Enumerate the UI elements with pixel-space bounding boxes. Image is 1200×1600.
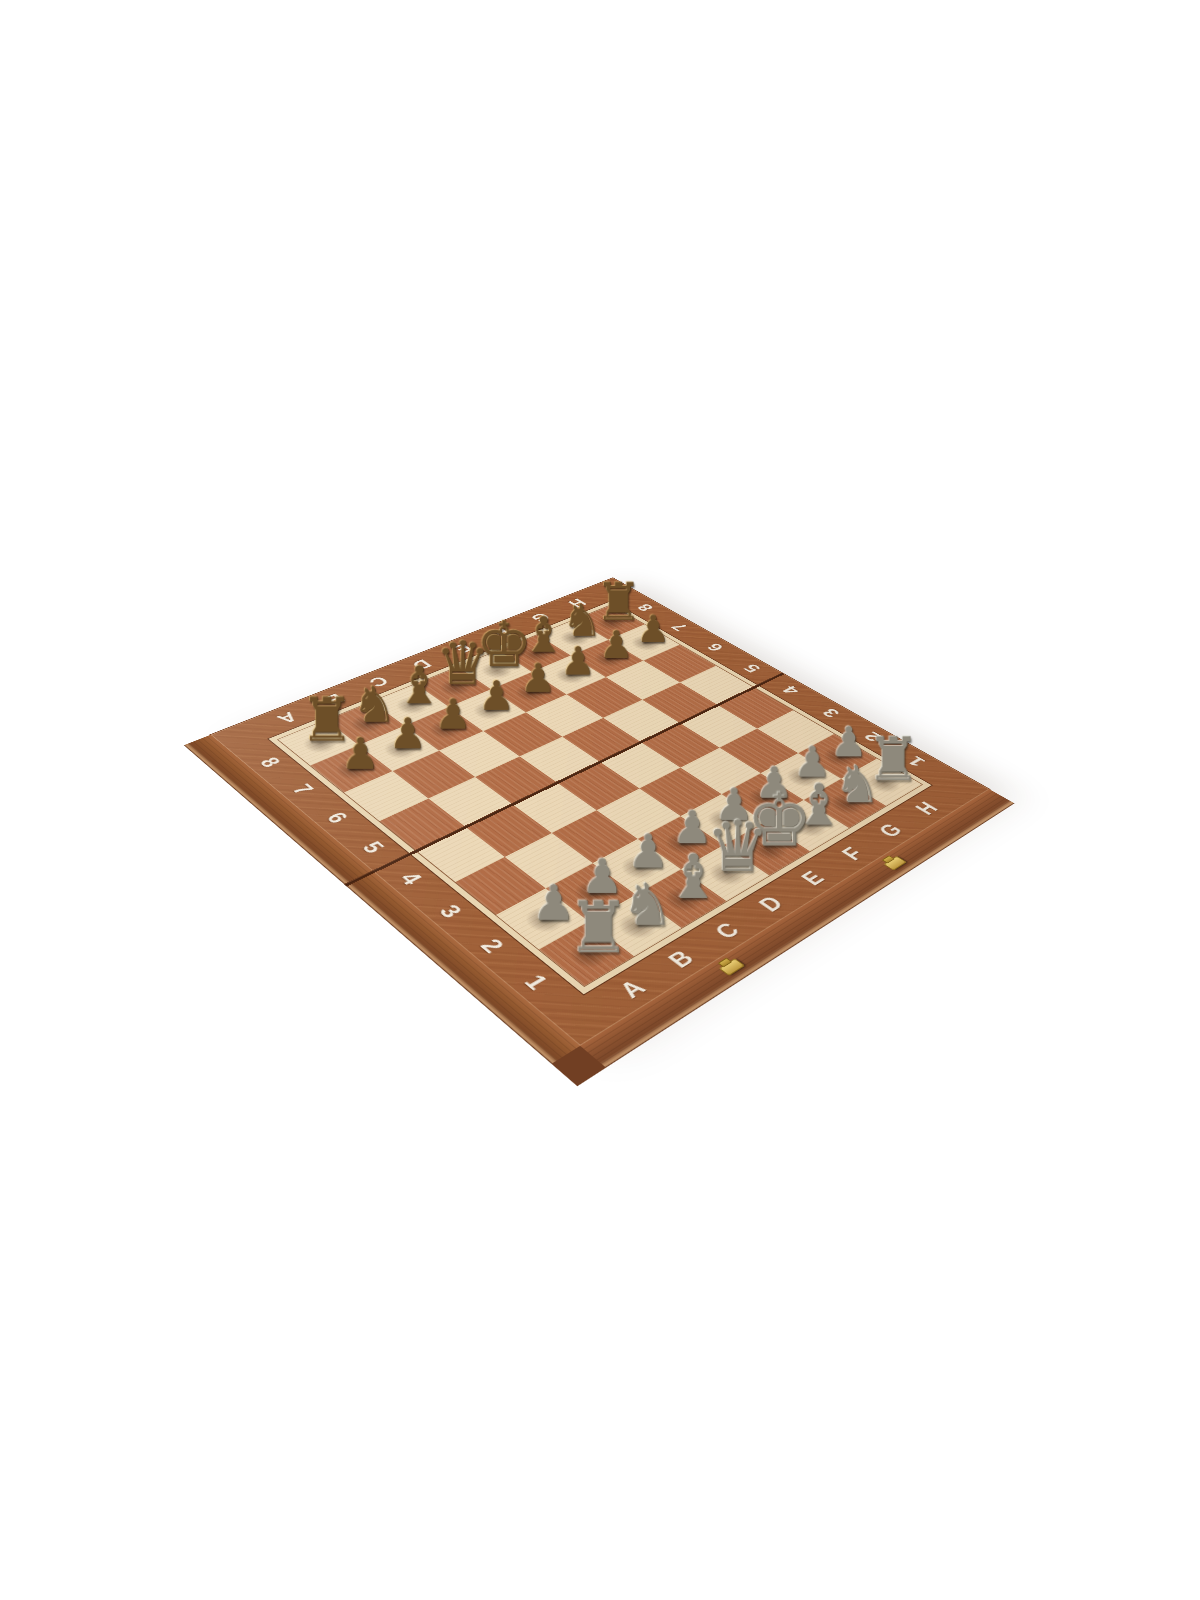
piece-silver-pawn-c2[interactable]: ♟ <box>628 830 670 874</box>
piece-bronze-pawn-a7[interactable]: ♟ <box>341 734 380 775</box>
piece-bronze-pawn-d7[interactable]: ♟ <box>478 677 514 715</box>
piece-bronze-rook-h8[interactable]: ♜ <box>595 578 642 628</box>
piece-bronze-pawn-g7[interactable]: ♟ <box>599 627 633 663</box>
piece-bronze-pawn-e7[interactable]: ♟ <box>520 660 556 698</box>
brass-latch-icon <box>719 958 746 976</box>
board-squares: ♜♞♝♛♚♝♞♜♟♟♟♟♟♟♟♟♟♟♟♟♟♟♟♟♜♞♝♛♚♝♞♜ <box>278 605 921 986</box>
piece-bronze-pawn-c7[interactable]: ♟ <box>435 696 472 735</box>
board-border-strip: ♜♞♝♛♚♝♞♜♟♟♟♟♟♟♟♟♟♟♟♟♟♟♟♟♜♞♝♛♚♝♞♜ <box>267 600 933 995</box>
chess-board: ABCDEFGH ABCDEFGH 87654321 87654321 ♜♞♝♛… <box>211 578 990 1046</box>
piece-bronze-pawn-b7[interactable]: ♟ <box>389 714 427 754</box>
piece-bronze-pawn-f7[interactable]: ♟ <box>561 643 596 680</box>
piece-bronze-knight-g8[interactable]: ♞ <box>562 600 602 642</box>
product-photo-scene: ABCDEFGH ABCDEFGH 87654321 87654321 ♜♞♝♛… <box>0 0 1200 1600</box>
brass-latch-icon <box>883 856 907 871</box>
piece-silver-rook-a1[interactable]: ♜ <box>566 894 630 962</box>
piece-silver-bishop-c1[interactable]: ♝ <box>666 848 721 906</box>
piece-bronze-pawn-h7[interactable]: ♟ <box>637 612 670 647</box>
